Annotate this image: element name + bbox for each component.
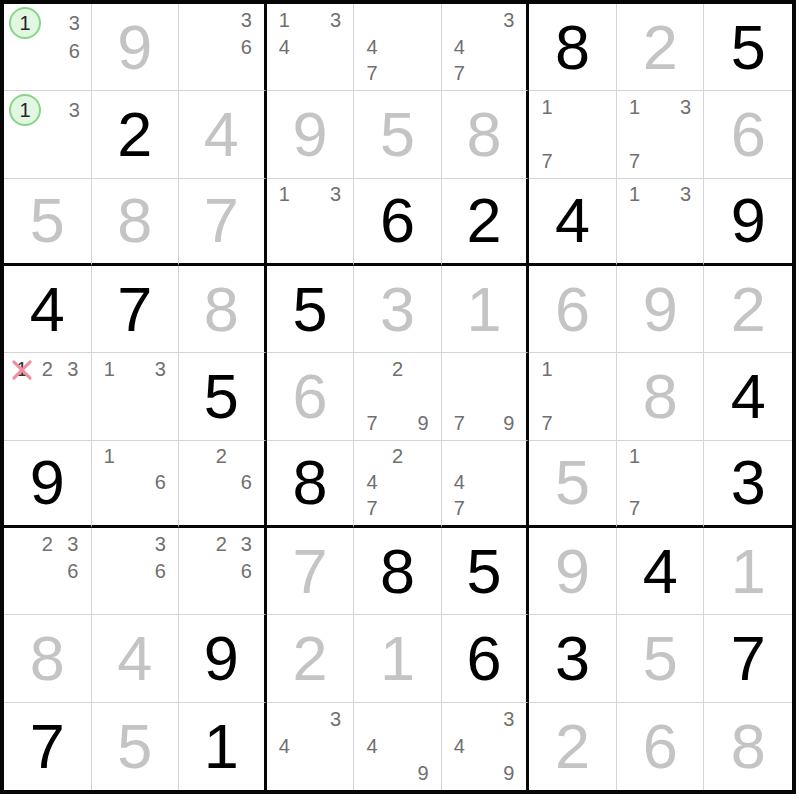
empty-candidate-slot [385,470,411,496]
given-digit: 7 [117,278,152,341]
cell-r1c9[interactable]: 5 [704,4,792,91]
cell-r8c6[interactable]: 6 [442,615,530,702]
empty-candidate-slot [41,150,63,174]
given-digit: 7 [30,715,65,778]
candidate-9: 9 [496,760,521,787]
empty-candidate-slot [60,383,86,410]
empty-candidate-slot [385,760,411,787]
cell-r4c8[interactable]: 9 [617,266,705,353]
cell-r8c4[interactable]: 2 [267,615,355,702]
highlighted-candidate-circle: 1 [9,94,41,126]
cell-r5c2[interactable]: 13 [92,353,180,440]
empty-candidate-slot [447,383,472,410]
empty-candidate-slot [9,558,35,585]
cell-r9c4[interactable]: 34 [267,703,355,790]
empty-candidate-slot [673,234,699,260]
cell-r4c7[interactable]: 6 [529,266,617,353]
cell-r7c8[interactable]: 4 [617,528,705,615]
solved-digit: 6 [643,715,678,778]
cell-r3c9[interactable]: 9 [704,179,792,266]
cell-r4c5[interactable]: 3 [354,266,442,353]
cell-r5c4[interactable]: 6 [267,353,355,440]
empty-candidate-slot [63,63,85,87]
candidate-grid: 279 [359,356,436,436]
empty-candidate-slot [234,444,259,470]
sudoku-board: 1369361344734782513249581713765871362413… [0,0,796,794]
cell-r6c6[interactable]: 47 [442,441,530,528]
candidate-7: 7 [622,496,648,522]
candidate-3: 3 [323,182,349,208]
empty-candidate-slot [385,383,411,410]
given-digit: 3 [731,451,766,514]
cell-r1c6[interactable]: 347 [442,4,530,91]
empty-candidate-slot [673,444,699,470]
candidate-3: 3 [148,356,174,383]
empty-candidate-slot [385,733,411,760]
empty-candidate-slot [496,444,521,470]
candidate-3: 3 [673,94,699,121]
solved-digit: 8 [30,627,65,690]
cell-r4c1[interactable]: 4 [4,266,92,353]
candidate-2: 2 [35,356,61,383]
candidate-6: 6 [234,558,259,585]
empty-candidate-slot [447,760,472,787]
empty-candidate-slot [148,496,174,522]
empty-candidate-slot [496,61,521,88]
candidate-3: 3 [63,7,85,39]
given-digit: 9 [731,189,766,252]
candidate-grid: 137 [622,94,699,174]
cell-r3c1[interactable]: 5 [4,179,92,266]
empty-candidate-slot [297,733,323,760]
solved-digit: 5 [30,189,65,252]
candidate-1: 1 [9,94,41,126]
cell-r6c4[interactable]: 8 [267,441,355,528]
empty-candidate-slot [472,410,497,437]
candidate-3: 3 [63,94,85,126]
empty-candidate-slot [297,208,323,234]
cell-r9c5[interactable]: 49 [354,703,442,790]
empty-candidate-slot [560,410,586,437]
candidate-1: 1 [622,444,648,470]
candidate-4: 4 [447,733,472,760]
cell-r4c3[interactable]: 8 [179,266,267,353]
given-digit: 6 [467,627,502,690]
cell-r7c1[interactable]: 236 [4,528,92,615]
empty-candidate-slot [410,356,436,383]
candidate-7: 7 [622,148,648,175]
candidate-grid: 13 [272,182,349,260]
cell-r3c4[interactable]: 13 [267,179,355,266]
cell-r3c2[interactable]: 8 [92,179,180,266]
candidate-9: 9 [410,410,436,437]
empty-candidate-slot [35,558,61,585]
empty-candidate-slot [122,356,148,383]
empty-candidate-slot [60,410,86,437]
empty-candidate-slot [323,234,349,260]
empty-candidate-slot [560,94,586,121]
empty-candidate-slot [673,148,699,175]
empty-candidate-slot [122,444,148,470]
cell-r2c1[interactable]: 13 [4,91,92,178]
cell-r4c2[interactable]: 7 [92,266,180,353]
cell-r5c8[interactable]: 8 [617,353,705,440]
cell-r1c7[interactable]: 8 [529,4,617,91]
empty-candidate-slot [647,182,673,208]
cell-r2c9[interactable]: 6 [704,91,792,178]
cell-r6c5[interactable]: 247 [354,441,442,528]
cell-r1c3[interactable]: 36 [179,4,267,91]
candidate-3: 3 [234,7,259,34]
solved-digit: 7 [204,189,239,252]
cell-r9c1[interactable]: 7 [4,703,92,790]
empty-candidate-slot [385,61,411,88]
empty-candidate-slot [647,94,673,121]
cell-r5c7[interactable]: 17 [529,353,617,440]
solved-digit: 9 [292,103,327,166]
solved-digit: 2 [731,278,766,341]
candidate-grid: 236 [9,531,86,611]
candidate-4: 4 [359,470,385,496]
cell-r2c5[interactable]: 5 [354,91,442,178]
empty-candidate-slot [148,383,174,410]
empty-candidate-slot [9,531,35,558]
cell-r6c8[interactable]: 17 [617,441,705,528]
cell-r8c1[interactable]: 8 [4,615,92,702]
candidate-1: 1 [622,94,648,121]
cell-r9c7[interactable]: 2 [529,703,617,790]
empty-candidate-slot [184,470,209,496]
candidate-grid: 16 [97,444,174,522]
empty-candidate-slot [385,34,411,61]
cell-r3c3[interactable]: 7 [179,179,267,266]
cell-r7c9[interactable]: 1 [704,528,792,615]
empty-candidate-slot [209,585,234,612]
empty-candidate-slot [447,706,472,733]
empty-candidate-slot [647,234,673,260]
empty-candidate-slot [184,585,209,612]
empty-candidate-slot [122,496,148,522]
empty-candidate-slot [323,208,349,234]
empty-candidate-slot [585,148,611,175]
solved-digit: 6 [555,278,590,341]
empty-candidate-slot [97,383,123,410]
empty-candidate-slot [323,61,349,88]
candidate-2: 2 [209,444,234,470]
cell-r4c9[interactable]: 2 [704,266,792,353]
candidate-1: 1 [534,94,560,121]
given-digit: 4 [731,365,766,428]
cell-r7c2[interactable]: 36 [92,528,180,615]
empty-candidate-slot [272,760,298,787]
candidate-grid: 17 [534,356,611,436]
empty-candidate-slot [184,7,209,34]
cell-r9c3[interactable]: 1 [179,703,267,790]
cell-r2c6[interactable]: 8 [442,91,530,178]
cell-r2c4[interactable]: 9 [267,91,355,178]
cell-r1c4[interactable]: 134 [267,4,355,91]
given-digit: 8 [555,16,590,79]
empty-candidate-slot [209,7,234,34]
empty-candidate-slot [9,126,41,150]
candidate-3: 3 [673,182,699,208]
empty-candidate-slot [410,61,436,88]
empty-candidate-slot [673,121,699,148]
candidate-3: 3 [60,531,86,558]
solved-digit: 8 [731,715,766,778]
cell-r3c8[interactable]: 13 [617,179,705,266]
empty-candidate-slot [447,7,472,34]
given-digit: 4 [555,189,590,252]
candidate-1: 1 [622,182,648,208]
given-digit: 2 [117,103,152,166]
given-digit: 5 [467,540,502,603]
highlighted-candidate-circle: 1 [9,7,41,39]
given-digit: 4 [643,540,678,603]
empty-candidate-slot [447,356,472,383]
solved-digit: 4 [204,103,239,166]
empty-candidate-slot [35,383,61,410]
empty-candidate-slot [622,234,648,260]
candidate-6: 6 [234,34,259,61]
candidate-1: 1 [9,7,41,39]
empty-candidate-slot [447,444,472,470]
cell-r2c3[interactable]: 4 [179,91,267,178]
empty-candidate-slot [647,148,673,175]
empty-candidate-slot [97,470,123,496]
candidate-3: 3 [234,531,259,558]
empty-candidate-slot [122,585,148,612]
empty-candidate-slot [184,558,209,585]
given-digit: 8 [292,451,327,514]
candidate-grid: 36 [97,531,174,611]
candidate-4: 4 [359,733,385,760]
candidate-7: 7 [447,410,472,437]
empty-candidate-slot [60,585,86,612]
empty-candidate-slot [622,121,648,148]
empty-candidate-slot [585,410,611,437]
empty-candidate-slot [647,121,673,148]
solved-digit: 1 [467,278,502,341]
cell-r8c9[interactable]: 7 [704,615,792,702]
candidate-1: 1 [272,7,298,34]
cell-r3c6[interactable]: 2 [442,179,530,266]
cell-r8c7[interactable]: 3 [529,615,617,702]
candidate-7: 7 [359,496,385,522]
solved-digit: 2 [292,627,327,690]
cell-r7c7[interactable]: 9 [529,528,617,615]
candidate-grid: 13 [9,94,86,174]
given-digit: 6 [380,189,415,252]
candidate-9: 9 [410,760,436,787]
empty-candidate-slot [122,383,148,410]
cell-r7c4[interactable]: 7 [267,528,355,615]
cell-r4c6[interactable]: 1 [442,266,530,353]
empty-candidate-slot [148,410,174,437]
cell-r7c5[interactable]: 8 [354,528,442,615]
cell-r8c3[interactable]: 9 [179,615,267,702]
candidate-grid: 26 [184,444,259,522]
cell-r1c2[interactable]: 9 [92,4,180,91]
empty-candidate-slot [323,733,349,760]
candidate-9: 9 [496,410,521,437]
candidate-4: 4 [447,470,472,496]
empty-candidate-slot [234,61,259,88]
empty-candidate-slot [122,558,148,585]
empty-candidate-slot [184,531,209,558]
candidate-grid: 34 [272,706,349,787]
empty-candidate-slot [410,470,436,496]
empty-candidate-slot [472,7,497,34]
empty-candidate-slot [35,585,61,612]
empty-candidate-slot [184,34,209,61]
cell-r3c5[interactable]: 6 [354,179,442,266]
candidate-6: 6 [148,470,174,496]
cell-r5c1[interactable]: 123 [4,353,92,440]
empty-candidate-slot [560,383,586,410]
empty-candidate-slot [410,383,436,410]
empty-candidate-slot [585,94,611,121]
empty-candidate-slot [560,148,586,175]
empty-candidate-slot [560,356,586,383]
solved-digit: 8 [643,365,678,428]
cell-r9c9[interactable]: 8 [704,703,792,790]
empty-candidate-slot [35,410,61,437]
candidate-grid: 236 [184,531,259,611]
cell-r7c3[interactable]: 236 [179,528,267,615]
candidate-grid: 17 [534,94,611,174]
empty-candidate-slot [472,496,497,522]
empty-candidate-slot [297,34,323,61]
empty-candidate-slot [359,444,385,470]
empty-candidate-slot [297,760,323,787]
candidate-2: 2 [35,531,61,558]
cell-r1c8[interactable]: 2 [617,4,705,91]
empty-candidate-slot [323,760,349,787]
empty-candidate-slot [647,496,673,522]
candidate-1: 1 [97,444,123,470]
cell-r8c2[interactable]: 4 [92,615,180,702]
cell-r4c4[interactable]: 5 [267,266,355,353]
candidate-4: 4 [447,34,472,61]
empty-candidate-slot [472,34,497,61]
cell-r9c8[interactable]: 6 [617,703,705,790]
cell-r8c8[interactable]: 5 [617,615,705,702]
cell-r6c1[interactable]: 9 [4,441,92,528]
given-digit: 5 [292,278,327,341]
empty-candidate-slot [410,733,436,760]
solved-digit: 1 [731,540,766,603]
empty-candidate-slot [297,61,323,88]
empty-candidate-slot [9,410,35,437]
solved-digit: 2 [643,16,678,79]
empty-candidate-slot [63,126,85,150]
empty-candidate-slot [647,444,673,470]
cell-r7c6[interactable]: 5 [442,528,530,615]
empty-candidate-slot [472,356,497,383]
solved-digit: 5 [117,715,152,778]
empty-candidate-slot [323,34,349,61]
cell-r6c9[interactable]: 3 [704,441,792,528]
empty-candidate-slot [359,706,385,733]
candidate-6: 6 [148,558,174,585]
candidate-4: 4 [272,34,298,61]
empty-candidate-slot [272,706,298,733]
empty-candidate-slot [209,34,234,61]
cell-r1c1[interactable]: 136 [4,4,92,91]
cell-r6c3[interactable]: 26 [179,441,267,528]
cell-r5c6[interactable]: 79 [442,353,530,440]
empty-candidate-slot [673,496,699,522]
empty-candidate-slot [496,496,521,522]
solved-digit: 5 [555,451,590,514]
cell-r2c7[interactable]: 17 [529,91,617,178]
solved-digit: 4 [117,627,152,690]
cell-r6c2[interactable]: 16 [92,441,180,528]
empty-candidate-slot [496,733,521,760]
empty-candidate-slot [97,585,123,612]
given-digit: 1 [204,715,239,778]
empty-candidate-slot [122,531,148,558]
empty-candidate-slot [622,208,648,234]
empty-candidate-slot [122,470,148,496]
empty-candidate-slot [385,410,411,437]
cell-r9c6[interactable]: 349 [442,703,530,790]
candidate-grid: 13 [97,356,174,436]
empty-candidate-slot [41,94,63,126]
candidate-4: 4 [272,733,298,760]
candidate-grid: 17 [622,444,699,522]
empty-candidate-slot [297,7,323,34]
empty-candidate-slot [496,34,521,61]
candidate-3: 3 [496,7,521,34]
cell-r1c5[interactable]: 47 [354,4,442,91]
empty-candidate-slot [297,706,323,733]
empty-candidate-slot [472,760,497,787]
cell-r5c3[interactable]: 5 [179,353,267,440]
cell-r2c8[interactable]: 137 [617,91,705,178]
solved-digit: 8 [204,278,239,341]
empty-candidate-slot [9,63,41,87]
candidate-3: 3 [60,356,86,383]
cell-r5c9[interactable]: 4 [704,353,792,440]
empty-candidate-slot [385,7,411,34]
solved-digit: 7 [292,540,327,603]
candidate-7: 7 [534,148,560,175]
empty-candidate-slot [41,63,63,87]
empty-candidate-slot [272,234,298,260]
cell-r9c2[interactable]: 5 [92,703,180,790]
cell-r3c7[interactable]: 4 [529,179,617,266]
solved-digit: 9 [555,540,590,603]
candidate-7: 7 [447,61,472,88]
solved-digit: 6 [731,103,766,166]
empty-candidate-slot [472,444,497,470]
cell-r5c5[interactable]: 279 [354,353,442,440]
empty-candidate-slot [673,208,699,234]
solved-digit: 9 [643,278,678,341]
cell-r6c7[interactable]: 5 [529,441,617,528]
solved-digit: 9 [117,16,152,79]
cell-r8c5[interactable]: 1 [354,615,442,702]
empty-candidate-slot [585,121,611,148]
empty-candidate-slot [41,126,63,150]
empty-candidate-slot [209,470,234,496]
cell-r2c2[interactable]: 2 [92,91,180,178]
empty-candidate-slot [272,61,298,88]
empty-candidate-slot [272,208,298,234]
empty-candidate-slot [385,706,411,733]
